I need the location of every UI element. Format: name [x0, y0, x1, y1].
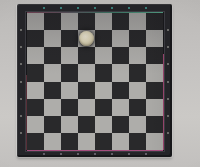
square-c7[interactable] — [61, 30, 78, 47]
frame-stud-left-5 — [20, 98, 22, 100]
square-f6[interactable] — [112, 47, 129, 64]
square-g8[interactable] — [129, 13, 146, 30]
square-d5[interactable] — [78, 64, 95, 81]
frame-stud-left-4 — [20, 81, 22, 83]
frame-stud-left-6 — [20, 115, 22, 117]
frame-stud-right-4 — [167, 81, 169, 83]
frame-stud-bottom-6 — [128, 153, 130, 155]
frame-stud-top-1 — [43, 7, 45, 9]
square-a3[interactable] — [27, 99, 44, 116]
square-a4[interactable] — [27, 82, 44, 99]
square-c2[interactable] — [61, 116, 78, 133]
square-h4[interactable] — [146, 82, 163, 99]
square-d1[interactable] — [78, 133, 95, 150]
frame-stud-right-5 — [167, 98, 169, 100]
square-g2[interactable] — [129, 116, 146, 133]
square-h5[interactable] — [146, 64, 163, 81]
frame-stud-left-1 — [20, 29, 22, 31]
square-a6[interactable] — [27, 47, 44, 64]
square-b2[interactable] — [44, 116, 61, 133]
square-a5[interactable] — [27, 64, 44, 81]
square-d2[interactable] — [78, 116, 95, 133]
square-f1[interactable] — [112, 133, 129, 150]
square-f3[interactable] — [112, 99, 129, 116]
square-e2[interactable] — [95, 116, 112, 133]
square-c4[interactable] — [61, 82, 78, 99]
square-g6[interactable] — [129, 47, 146, 64]
frame-stud-right-7 — [167, 132, 169, 134]
frame-stud-bottom-1 — [43, 153, 45, 155]
frame-stud-right-1 — [167, 29, 169, 31]
square-b6[interactable] — [44, 47, 61, 64]
square-b8[interactable] — [44, 13, 61, 30]
square-h7[interactable] — [146, 30, 163, 47]
square-d7[interactable] — [78, 30, 95, 47]
frame-stud-top-2 — [60, 7, 62, 9]
square-a8[interactable] — [27, 13, 44, 30]
square-h8[interactable] — [146, 13, 163, 30]
square-g1[interactable] — [129, 133, 146, 150]
square-a7[interactable] — [27, 30, 44, 47]
square-d8[interactable] — [78, 13, 95, 30]
square-d4[interactable] — [78, 82, 95, 99]
square-c1[interactable] — [61, 133, 78, 150]
square-b1[interactable] — [44, 133, 61, 150]
square-e8[interactable] — [95, 13, 112, 30]
square-b4[interactable] — [44, 82, 61, 99]
frame-stud-left-2 — [20, 46, 22, 48]
square-a1[interactable] — [27, 133, 44, 150]
frame-stud-bottom-5 — [111, 153, 113, 155]
square-e6[interactable] — [95, 47, 112, 64]
frame-stud-top-5 — [111, 7, 113, 9]
frame-stud-bottom-4 — [94, 153, 96, 155]
frame-stud-bottom-3 — [77, 153, 79, 155]
square-g5[interactable] — [129, 64, 146, 81]
square-f5[interactable] — [112, 64, 129, 81]
chessboard — [17, 4, 172, 157]
frame-stud-top-6 — [128, 7, 130, 9]
square-e1[interactable] — [95, 133, 112, 150]
square-f4[interactable] — [112, 82, 129, 99]
square-a2[interactable] — [27, 116, 44, 133]
square-e4[interactable] — [95, 82, 112, 99]
square-f7[interactable] — [112, 30, 129, 47]
square-g3[interactable] — [129, 99, 146, 116]
square-d3[interactable] — [78, 99, 95, 116]
frame-stud-top-4 — [94, 7, 96, 9]
square-g7[interactable] — [129, 30, 146, 47]
square-h2[interactable] — [146, 116, 163, 133]
square-e3[interactable] — [95, 99, 112, 116]
square-g4[interactable] — [129, 82, 146, 99]
frame-stud-top-3 — [77, 7, 79, 9]
frame-trim-right — [163, 54, 164, 150]
square-b5[interactable] — [44, 64, 61, 81]
square-c6[interactable] — [61, 47, 78, 64]
square-b3[interactable] — [44, 99, 61, 116]
square-f2[interactable] — [112, 116, 129, 133]
frame-stud-bottom-7 — [145, 153, 147, 155]
frame-stud-right-3 — [167, 63, 169, 65]
board-grid — [27, 13, 163, 150]
frame-stud-right-2 — [167, 46, 169, 48]
white-pawn-d7[interactable] — [79, 31, 94, 46]
frame-trim-bottom — [27, 150, 163, 151]
frame-stud-bottom-2 — [60, 153, 62, 155]
square-h3[interactable] — [146, 99, 163, 116]
square-d6[interactable] — [78, 47, 95, 64]
square-e7[interactable] — [95, 30, 112, 47]
camera-view — [0, 0, 200, 167]
frame-stud-left-3 — [20, 63, 22, 65]
square-h6[interactable] — [146, 47, 163, 64]
frame-stud-top-7 — [145, 7, 147, 9]
frame-stud-right-6 — [167, 115, 169, 117]
square-c3[interactable] — [61, 99, 78, 116]
square-h1[interactable] — [146, 133, 163, 150]
square-c5[interactable] — [61, 64, 78, 81]
square-c8[interactable] — [61, 13, 78, 30]
square-e5[interactable] — [95, 64, 112, 81]
square-f8[interactable] — [112, 13, 129, 30]
square-b7[interactable] — [44, 30, 61, 47]
frame-stud-left-7 — [20, 132, 22, 134]
